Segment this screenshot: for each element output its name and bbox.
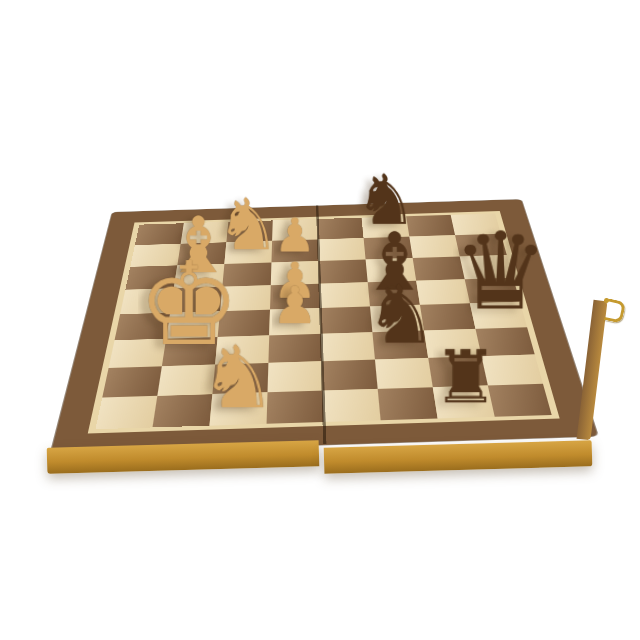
square-f1[interactable]: [378, 387, 438, 420]
brass-clasp: [604, 298, 626, 323]
square-e1[interactable]: [323, 389, 381, 422]
white-knight[interactable]: ♞: [200, 334, 277, 420]
black-knight[interactable]: ♞: [365, 275, 437, 356]
square-c1[interactable]: ♞: [210, 392, 268, 425]
chessboard: ♞♞♟♝♟♝♟♛♚♞♞♜: [51, 199, 598, 453]
photo-background: ♞♞♟♝♟♝♟♛♚♞♞♜: [0, 0, 640, 640]
square-a2[interactable]: [102, 366, 162, 397]
black-rook[interactable]: ♜: [433, 341, 498, 414]
board-tilt-wrapper: ♞♞♟♝♟♝♟♛♚♞♞♜: [79, 67, 561, 549]
square-d4[interactable]: ♟: [269, 308, 321, 335]
square-h4[interactable]: ♛: [470, 302, 527, 329]
square-a1[interactable]: [95, 396, 157, 429]
square-f2[interactable]: [375, 358, 433, 389]
white-pawn[interactable]: ♟: [272, 280, 318, 331]
square-f3[interactable]: ♞: [372, 331, 428, 360]
square-e2[interactable]: [322, 360, 378, 391]
square-g1[interactable]: ♜: [433, 385, 495, 418]
black-queen[interactable]: ♛: [453, 218, 549, 325]
box-side-right-face: [577, 300, 608, 441]
